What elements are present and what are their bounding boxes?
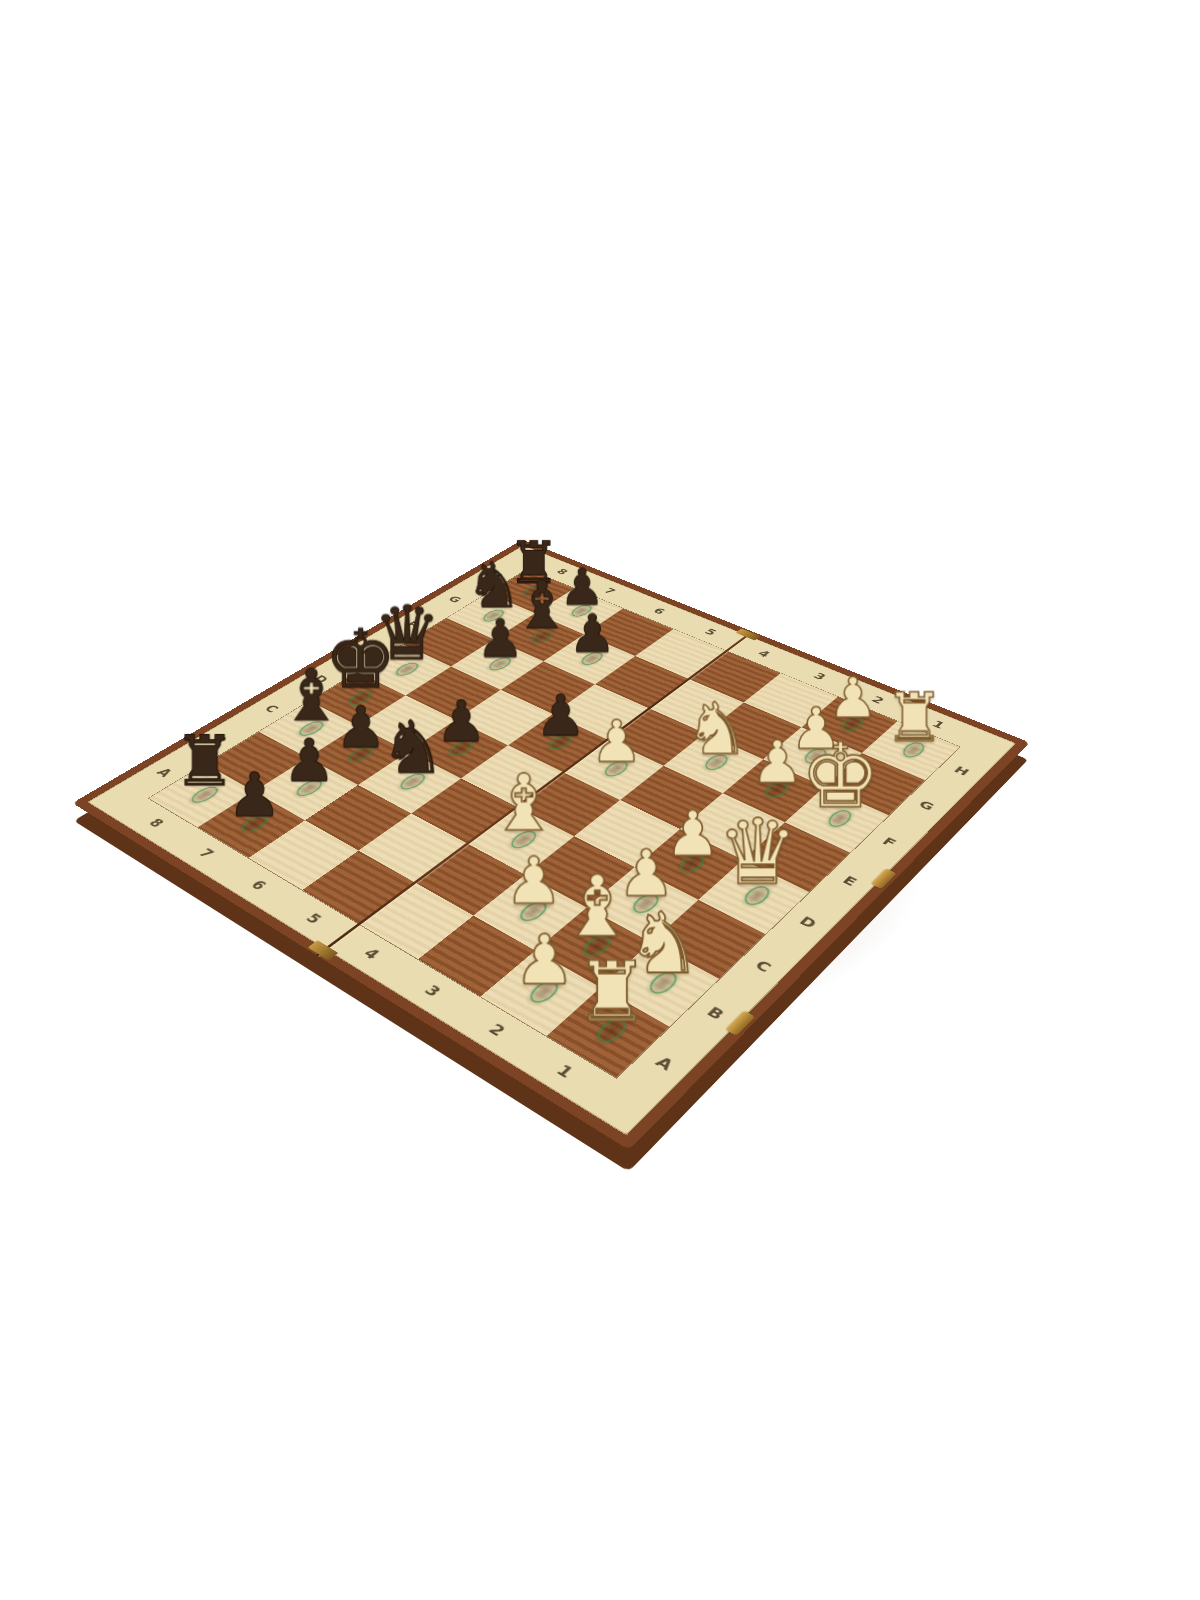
square-c6[interactable]: ♞ <box>358 751 461 813</box>
piece-white-pawn[interactable]: ♟ <box>557 712 677 770</box>
board-frame: ♜♝♚♛♞♜♟♟♟♟♝♟♞♟♟♟♝♟♟♞♟♝♟♟♟♟♟♜♞♛♚♜ <box>87 545 1016 1135</box>
piece-white-rook[interactable]: ♜ <box>539 951 685 1034</box>
product-photo-canvas: ♜♝♚♛♞♜♟♟♟♟♝♟♞♟♟♟♝♟♟♞♟♝♟♟♟♟♟♜♞♛♚♜ AABBCCD… <box>0 0 1200 1600</box>
playing-area: ♜♝♚♛♞♜♟♟♟♟♝♟♞♟♟♟♝♟♟♞♟♝♟♟♟♟♟♜♞♛♚♜ <box>149 569 959 1077</box>
scene: ♜♝♚♛♞♜♟♟♟♟♝♟♞♟♟♟♝♟♟♞♟♝♟♟♟♟♟♜♞♛♚♜ AABBCCD… <box>0 0 1200 1600</box>
piece-white-bishop[interactable]: ♝ <box>461 763 588 841</box>
piece-black-knight[interactable]: ♞ <box>352 711 473 784</box>
square-a1[interactable]: ♜ <box>547 988 670 1078</box>
piece-black-pawn[interactable]: ♟ <box>192 765 317 826</box>
chess-board: ♜♝♚♛♞♜♟♟♟♟♝♟♞♟♟♟♝♟♟♞♟♝♟♟♟♟♟♜♞♛♚♜ AABBCCD… <box>72 540 1029 1150</box>
